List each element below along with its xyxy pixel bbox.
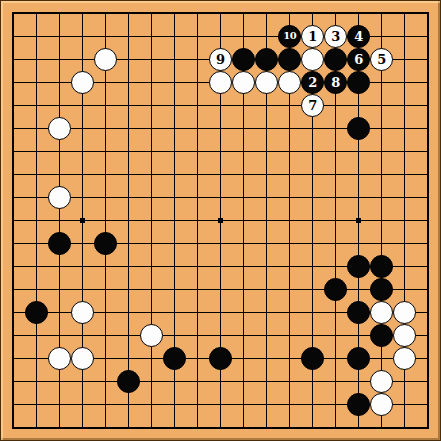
white-stone-E17[interactable]: [94, 48, 117, 71]
black-stone-L17[interactable]: [232, 48, 255, 71]
move-number-label: 5: [377, 53, 386, 66]
grid-line-vertical: [427, 12, 429, 429]
white-stone-R6[interactable]: [370, 301, 393, 324]
black-stone-Q4[interactable]: [347, 347, 370, 370]
white-stone-move-3-P18[interactable]: 3: [324, 25, 347, 48]
move-number-label: 4: [354, 30, 363, 43]
move-number-label: 7: [308, 99, 317, 112]
white-stone-move-7-O15[interactable]: 7: [301, 94, 324, 117]
grid-line-horizontal: [12, 289, 429, 290]
black-stone-K4[interactable]: [209, 347, 232, 370]
black-stone-move-10-N18[interactable]: 10: [278, 25, 301, 48]
white-stone-C11[interactable]: [48, 186, 71, 209]
black-stone-P7[interactable]: [324, 278, 347, 301]
black-stone-Q2[interactable]: [347, 393, 370, 416]
move-number-label: 8: [331, 76, 340, 89]
move-number-label: 3: [331, 30, 340, 43]
white-stone-D6[interactable]: [71, 301, 94, 324]
black-stone-N17[interactable]: [278, 48, 301, 71]
star-point: [356, 218, 361, 223]
black-stone-Q16[interactable]: [347, 71, 370, 94]
white-stone-N16[interactable]: [278, 71, 301, 94]
black-stone-M17[interactable]: [255, 48, 278, 71]
move-number-label: 9: [216, 53, 225, 66]
move-number-label: 1: [308, 30, 317, 43]
black-stone-P17[interactable]: [324, 48, 347, 71]
black-stone-C9[interactable]: [48, 232, 71, 255]
white-stone-S4[interactable]: [393, 347, 416, 370]
black-stone-O4[interactable]: [301, 347, 324, 370]
move-number-label: 6: [354, 53, 363, 66]
black-stone-Q6[interactable]: [347, 301, 370, 324]
move-number-label: 2: [308, 76, 317, 89]
white-stone-S6[interactable]: [393, 301, 416, 324]
white-stone-M16[interactable]: [255, 71, 278, 94]
black-stone-E9[interactable]: [94, 232, 117, 255]
grid-line-horizontal: [12, 243, 429, 244]
white-stone-D16[interactable]: [71, 71, 94, 94]
black-stone-B6[interactable]: [25, 301, 48, 324]
star-point: [218, 218, 223, 223]
grid-line-horizontal: [12, 335, 429, 336]
white-stone-R3[interactable]: [370, 370, 393, 393]
white-stone-S5[interactable]: [393, 324, 416, 347]
white-stone-C14[interactable]: [48, 117, 71, 140]
grid-line-horizontal: [12, 427, 429, 429]
black-stone-H4[interactable]: [163, 347, 186, 370]
move-number-label: 10: [283, 31, 296, 41]
black-stone-R7[interactable]: [370, 278, 393, 301]
black-stone-R5[interactable]: [370, 324, 393, 347]
white-stone-move-9-K17[interactable]: 9: [209, 48, 232, 71]
black-stone-move-8-P16[interactable]: 8: [324, 71, 347, 94]
black-stone-move-6-Q17[interactable]: 6: [347, 48, 370, 71]
grid-line-vertical: [381, 12, 382, 429]
white-stone-C4[interactable]: [48, 347, 71, 370]
black-stone-R8[interactable]: [370, 255, 393, 278]
white-stone-R2[interactable]: [370, 393, 393, 416]
white-stone-G5[interactable]: [140, 324, 163, 347]
black-stone-Q14[interactable]: [347, 117, 370, 140]
white-stone-K16[interactable]: [209, 71, 232, 94]
grid-line-horizontal: [12, 381, 429, 382]
white-stone-move-5-R17[interactable]: 5: [370, 48, 393, 71]
white-stone-D4[interactable]: [71, 347, 94, 370]
white-stone-L16[interactable]: [232, 71, 255, 94]
black-stone-F3[interactable]: [117, 370, 140, 393]
white-stone-O17[interactable]: [301, 48, 324, 71]
black-stone-Q8[interactable]: [347, 255, 370, 278]
black-stone-move-4-Q18[interactable]: 4: [347, 25, 370, 48]
white-stone-move-1-O18[interactable]: 1: [301, 25, 324, 48]
go-board[interactable]: 12345678910: [0, 0, 441, 441]
black-stone-move-2-O16[interactable]: 2: [301, 71, 324, 94]
star-point: [80, 218, 85, 223]
